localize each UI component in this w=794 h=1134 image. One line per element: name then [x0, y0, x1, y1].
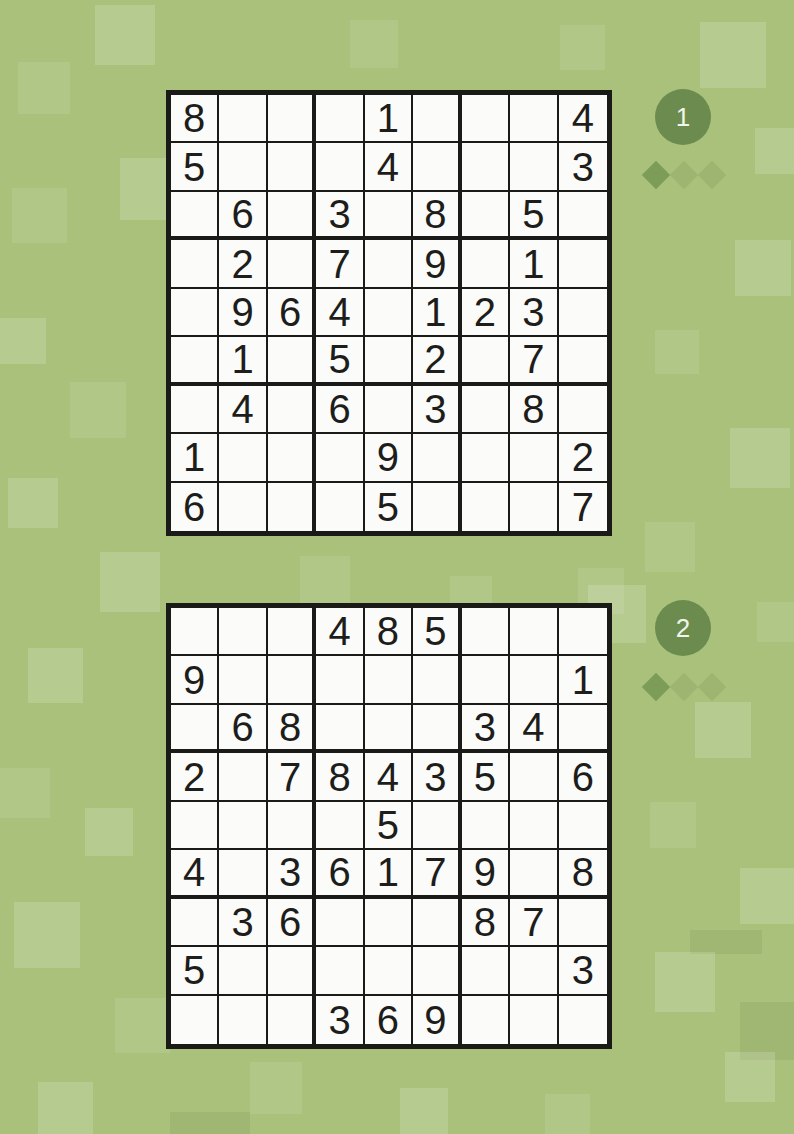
mosaic-tile [400, 1088, 448, 1134]
sudoku-cell [510, 802, 558, 850]
sudoku-cell [510, 947, 558, 995]
sudoku-cell [510, 656, 558, 704]
sudoku-cell: 9 [413, 240, 461, 288]
difficulty-diamond-filled [642, 673, 670, 701]
sudoku-cell: 5 [365, 483, 413, 531]
sudoku-cell [316, 95, 364, 143]
sudoku-cell [413, 947, 461, 995]
sudoku-cell: 6 [219, 705, 267, 753]
sudoku-cell [316, 899, 364, 947]
mosaic-tile [250, 1062, 302, 1114]
sudoku-cell [462, 143, 510, 191]
sudoku-cell: 1 [365, 95, 413, 143]
sudoku-cell: 8 [365, 608, 413, 656]
sudoku-cell: 1 [171, 434, 219, 482]
sudoku-cell [268, 240, 316, 288]
sudoku-cell: 6 [268, 899, 316, 947]
sudoku-cell: 4 [559, 95, 607, 143]
sudoku-cell: 4 [365, 753, 413, 801]
mosaic-tile [0, 768, 50, 818]
sudoku-board-1: 8145436385279196412315274638192657 [166, 90, 612, 536]
mosaic-tile [300, 556, 350, 606]
sudoku-cell [462, 192, 510, 240]
sudoku-cell: 4 [316, 289, 364, 337]
mosaic-tile [8, 478, 58, 528]
sudoku-cell: 1 [413, 289, 461, 337]
mosaic-tile [115, 998, 170, 1053]
sudoku-cell: 7 [413, 850, 461, 898]
mosaic-tile [14, 902, 80, 968]
mosaic-tile [725, 1052, 775, 1102]
difficulty-diamond-filled [642, 161, 670, 189]
mosaic-tile [0, 318, 46, 364]
mosaic-tile [545, 1094, 590, 1134]
sudoku-cell [171, 386, 219, 434]
sudoku-cell: 2 [219, 240, 267, 288]
mosaic-tile [560, 25, 605, 70]
sudoku-cell: 3 [510, 289, 558, 337]
sudoku-cell [510, 996, 558, 1044]
sudoku-cell [268, 95, 316, 143]
sudoku-cell: 3 [316, 192, 364, 240]
sudoku-cell [219, 608, 267, 656]
mosaic-tile [695, 702, 751, 758]
sudoku-cell: 5 [365, 802, 413, 850]
sudoku-cell: 4 [219, 386, 267, 434]
sudoku-cell: 9 [171, 656, 219, 704]
sudoku-cell: 5 [316, 337, 364, 385]
sudoku-cell: 3 [268, 850, 316, 898]
sudoku-cell [171, 337, 219, 385]
sudoku-cell [559, 192, 607, 240]
sudoku-cell [365, 192, 413, 240]
sudoku-cell [268, 802, 316, 850]
puzzle-number-badge-2: 2 [655, 600, 711, 656]
mosaic-tile [100, 552, 160, 612]
sudoku-cell [413, 483, 461, 531]
sudoku-cell: 6 [365, 996, 413, 1044]
sudoku-cell [559, 705, 607, 753]
sudoku-cell [365, 386, 413, 434]
sudoku-cell: 5 [171, 947, 219, 995]
sudoku-cell [559, 996, 607, 1044]
mosaic-tile [95, 5, 155, 65]
sudoku-cell [462, 947, 510, 995]
sudoku-cell [510, 850, 558, 898]
sudoku-cell: 2 [171, 753, 219, 801]
sudoku-cell: 9 [462, 850, 510, 898]
sudoku-cell: 8 [559, 850, 607, 898]
mosaic-tile [700, 22, 766, 88]
sudoku-cell [365, 240, 413, 288]
sudoku-cell [559, 289, 607, 337]
sudoku-cell [413, 434, 461, 482]
sudoku-cell: 1 [559, 656, 607, 704]
sudoku-cell [510, 608, 558, 656]
sudoku-cell: 5 [462, 753, 510, 801]
sudoku-cell [462, 656, 510, 704]
sudoku-cell [171, 899, 219, 947]
sudoku-cell [268, 656, 316, 704]
sudoku-cell [365, 656, 413, 704]
sudoku-cell: 8 [462, 899, 510, 947]
sudoku-cell [559, 802, 607, 850]
sudoku-cell: 6 [268, 289, 316, 337]
sudoku-cell: 4 [316, 608, 364, 656]
sudoku-cell [219, 802, 267, 850]
sudoku-cell [462, 996, 510, 1044]
sudoku-cell [171, 289, 219, 337]
sudoku-cell [365, 337, 413, 385]
sudoku-cell: 7 [510, 337, 558, 385]
sudoku-cell [171, 240, 219, 288]
sudoku-cell [413, 143, 461, 191]
sudoku-cell: 6 [316, 850, 364, 898]
sudoku-cell: 7 [510, 899, 558, 947]
sudoku-cell [316, 656, 364, 704]
sudoku-cell [510, 753, 558, 801]
sudoku-cell [559, 899, 607, 947]
sudoku-cell [559, 608, 607, 656]
sudoku-cell: 3 [462, 705, 510, 753]
sudoku-cell [316, 947, 364, 995]
sudoku-cell [268, 483, 316, 531]
sudoku-cell [413, 899, 461, 947]
sudoku-cell [219, 753, 267, 801]
sudoku-cell: 2 [559, 434, 607, 482]
sudoku-cell [316, 802, 364, 850]
sudoku-cell: 9 [365, 434, 413, 482]
sudoku-cell: 3 [559, 143, 607, 191]
sudoku-cell [365, 705, 413, 753]
sudoku-cell [365, 289, 413, 337]
sudoku-cell: 1 [510, 240, 558, 288]
sudoku-cell: 6 [219, 192, 267, 240]
sudoku-cell [268, 192, 316, 240]
sudoku-cell [365, 899, 413, 947]
sudoku-cell: 8 [268, 705, 316, 753]
difficulty-rating-1 [646, 165, 722, 185]
sudoku-cell [171, 802, 219, 850]
sudoku-cell [510, 95, 558, 143]
sudoku-cell: 7 [559, 483, 607, 531]
difficulty-diamond-empty [670, 673, 698, 701]
mosaic-tile [28, 648, 83, 703]
sudoku-cell: 2 [462, 289, 510, 337]
sudoku-cell: 3 [316, 996, 364, 1044]
sudoku-cell [462, 337, 510, 385]
sudoku-cell: 3 [559, 947, 607, 995]
sudoku-cell: 4 [365, 143, 413, 191]
sudoku-cell [316, 434, 364, 482]
sudoku-cell: 8 [413, 192, 461, 240]
sudoku-cell [462, 386, 510, 434]
sudoku-cell: 5 [413, 608, 461, 656]
sudoku-cell: 4 [171, 850, 219, 898]
sudoku-cell [219, 434, 267, 482]
sudoku-cell [171, 705, 219, 753]
puzzle-page: 8145436385279196412315274638192657 1 485… [0, 0, 794, 1134]
sudoku-cell: 4 [510, 705, 558, 753]
sudoku-cell [462, 608, 510, 656]
sudoku-cell [559, 337, 607, 385]
sudoku-cell: 6 [559, 753, 607, 801]
sudoku-cell: 7 [316, 240, 364, 288]
sudoku-cell: 1 [365, 850, 413, 898]
sudoku-cell [268, 386, 316, 434]
mosaic-tile [170, 1112, 250, 1134]
sudoku-cell: 7 [268, 753, 316, 801]
sudoku-cell [462, 240, 510, 288]
sudoku-cell [268, 608, 316, 656]
sudoku-cell [268, 947, 316, 995]
difficulty-diamond-empty [698, 673, 726, 701]
mosaic-tile [350, 20, 398, 68]
sudoku-cell: 2 [413, 337, 461, 385]
sudoku-cell [413, 95, 461, 143]
puzzle-number-badge-1: 1 [655, 89, 711, 145]
sudoku-cell [462, 95, 510, 143]
sudoku-cell [268, 337, 316, 385]
sudoku-cell [462, 483, 510, 531]
mosaic-tile [690, 930, 762, 954]
sudoku-cell: 8 [510, 386, 558, 434]
sudoku-cell: 3 [413, 386, 461, 434]
mosaic-tile [735, 240, 791, 296]
sudoku-cell: 5 [171, 143, 219, 191]
sudoku-cell [510, 483, 558, 531]
sudoku-cell [219, 95, 267, 143]
difficulty-diamond-empty [698, 161, 726, 189]
sudoku-cell [365, 947, 413, 995]
sudoku-cell [171, 996, 219, 1044]
sudoku-cell: 6 [316, 386, 364, 434]
sudoku-cell [316, 483, 364, 531]
sudoku-cell [559, 240, 607, 288]
sudoku-cell [219, 483, 267, 531]
sudoku-cell [559, 386, 607, 434]
mosaic-tile [730, 428, 790, 488]
sudoku-cell [510, 143, 558, 191]
sudoku-cell [268, 434, 316, 482]
sudoku-cell [268, 143, 316, 191]
mosaic-tile [757, 602, 794, 642]
mosaic-tile [655, 952, 715, 1012]
sudoku-cell: 8 [171, 95, 219, 143]
sudoku-cell [316, 705, 364, 753]
sudoku-cell [219, 656, 267, 704]
mosaic-tile [12, 188, 67, 243]
difficulty-diamond-empty [670, 161, 698, 189]
sudoku-cell [462, 802, 510, 850]
sudoku-cell: 9 [219, 289, 267, 337]
mosaic-tile [650, 802, 696, 848]
sudoku-cell: 6 [171, 483, 219, 531]
sudoku-cell [219, 947, 267, 995]
sudoku-cell: 5 [510, 192, 558, 240]
sudoku-cell: 3 [413, 753, 461, 801]
mosaic-tile [70, 382, 126, 438]
sudoku-cell [413, 705, 461, 753]
sudoku-board-2: 485916834278435654361798368753369 [166, 603, 612, 1049]
mosaic-tile [38, 1082, 93, 1134]
sudoku-cell [268, 996, 316, 1044]
sudoku-cell [171, 608, 219, 656]
mosaic-tile [755, 128, 794, 174]
sudoku-cell: 9 [413, 996, 461, 1044]
sudoku-cell: 1 [219, 337, 267, 385]
sudoku-cell [219, 850, 267, 898]
mosaic-tile [655, 330, 699, 374]
difficulty-rating-2 [646, 677, 722, 697]
sudoku-cell [219, 143, 267, 191]
mosaic-tile [85, 808, 133, 856]
sudoku-cell [316, 143, 364, 191]
mosaic-tile [18, 62, 70, 114]
sudoku-cell [219, 996, 267, 1044]
sudoku-cell [462, 434, 510, 482]
sudoku-cell [510, 434, 558, 482]
sudoku-cell: 8 [316, 753, 364, 801]
sudoku-cell [413, 802, 461, 850]
sudoku-cell [413, 656, 461, 704]
mosaic-tile [645, 522, 695, 572]
sudoku-cell: 3 [219, 899, 267, 947]
mosaic-tile [740, 868, 794, 924]
sudoku-cell [171, 192, 219, 240]
